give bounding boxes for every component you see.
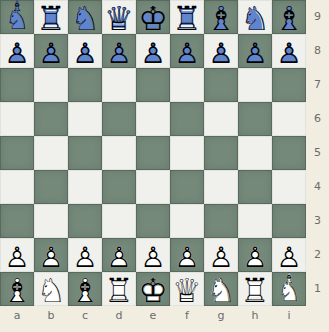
- square-a7[interactable]: [0, 68, 34, 102]
- square-g3[interactable]: [204, 204, 238, 238]
- square-g7[interactable]: [204, 68, 238, 102]
- square-h4[interactable]: [238, 170, 272, 204]
- square-d9[interactable]: ♛♕: [102, 0, 136, 34]
- white-king-icon: ♚: [136, 272, 170, 309]
- square-h7[interactable]: [238, 68, 272, 102]
- black-archbishop-mitre-icon: ♝: [0, 0, 34, 13]
- black-pawn[interactable]: ♟♙: [34, 34, 68, 68]
- white-pawn[interactable]: ♟♙: [170, 238, 204, 272]
- black-pawn[interactable]: ♟♙: [238, 34, 272, 68]
- square-f7[interactable]: [170, 68, 204, 102]
- square-d6[interactable]: [102, 102, 136, 136]
- rank-label-7: 7: [306, 68, 329, 102]
- corner-spacer: [306, 306, 329, 332]
- chess-variant-diagram: ♝♗♞♘♜♖♞♘♛♕♚♔♜♖♝♗♞♘♝♗9♟♙♟♙♟♙♟♙♟♙♟♙♟♙♟♙♟♙8…: [0, 0, 329, 332]
- square-i1[interactable]: ♝♗♞♘: [272, 272, 306, 306]
- white-archbishop-knight-icon: ♞: [272, 277, 306, 307]
- black-pawn[interactable]: ♟♙: [136, 34, 170, 68]
- square-d3[interactable]: [102, 204, 136, 238]
- square-g5[interactable]: [204, 136, 238, 170]
- square-g1[interactable]: ♞♘: [204, 272, 238, 306]
- file-label-f: f: [170, 306, 204, 332]
- square-b2[interactable]: ♟♙: [34, 238, 68, 272]
- square-e1[interactable]: ♚♔: [136, 272, 170, 306]
- file-label-a: a: [0, 306, 34, 332]
- square-b8[interactable]: ♟♙: [34, 34, 68, 68]
- white-rook[interactable]: ♜♖: [102, 272, 136, 306]
- white-pawn[interactable]: ♟♙: [136, 238, 170, 272]
- rank-label-3: 3: [306, 204, 329, 238]
- white-bishop[interactable]: ♝♗: [68, 272, 102, 306]
- black-pawn[interactable]: ♟♙: [272, 34, 306, 68]
- square-d1[interactable]: ♜♖: [102, 272, 136, 306]
- square-a3[interactable]: [0, 204, 34, 238]
- square-b7[interactable]: [34, 68, 68, 102]
- white-queen[interactable]: ♛♕: [170, 272, 204, 306]
- square-i9[interactable]: ♝♗: [272, 0, 306, 34]
- square-f9[interactable]: ♜♖: [170, 0, 204, 34]
- square-e2[interactable]: ♟♙: [136, 238, 170, 272]
- square-c3[interactable]: [68, 204, 102, 238]
- rank-label-9: 9: [306, 0, 329, 34]
- square-c8[interactable]: ♟♙: [68, 34, 102, 68]
- black-knight[interactable]: ♞♘: [68, 0, 102, 34]
- white-pawn[interactable]: ♟♙: [0, 238, 34, 272]
- black-pawn[interactable]: ♟♙: [0, 34, 34, 68]
- square-g4[interactable]: [204, 170, 238, 204]
- square-h2[interactable]: ♟♙: [238, 238, 272, 272]
- square-e7[interactable]: [136, 68, 170, 102]
- square-f5[interactable]: [170, 136, 204, 170]
- square-b5[interactable]: [34, 136, 68, 170]
- black-bishop[interactable]: ♝♗: [272, 0, 306, 34]
- square-e5[interactable]: [136, 136, 170, 170]
- white-rook[interactable]: ♜♖: [238, 272, 272, 306]
- file-label-c: c: [68, 306, 102, 332]
- black-knight-icon: ♞: [238, 0, 272, 37]
- black-bishop[interactable]: ♝♗: [204, 0, 238, 34]
- black-rook-icon: ♜: [170, 0, 204, 37]
- square-c9[interactable]: ♞♘: [68, 0, 102, 34]
- black-king[interactable]: ♚♔: [136, 0, 170, 34]
- file-label-h: h: [238, 306, 272, 332]
- white-knight-icon: ♞: [204, 272, 238, 309]
- white-pawn[interactable]: ♟♙: [68, 238, 102, 272]
- square-c5[interactable]: [68, 136, 102, 170]
- square-a2[interactable]: ♟♙: [0, 238, 34, 272]
- white-bishop-icon: ♝: [0, 272, 34, 309]
- square-i2[interactable]: ♟♙: [272, 238, 306, 272]
- black-archbishop[interactable]: ♝♗♞♘: [0, 0, 34, 34]
- square-f2[interactable]: ♟♙: [170, 238, 204, 272]
- black-knight[interactable]: ♞♘: [238, 0, 272, 34]
- white-archbishop[interactable]: ♝♗♞♘: [272, 272, 306, 306]
- square-f1[interactable]: ♛♕: [170, 272, 204, 306]
- square-c1[interactable]: ♝♗: [68, 272, 102, 306]
- white-bishop-icon: ♝: [68, 272, 102, 309]
- white-bishop[interactable]: ♝♗: [0, 272, 34, 306]
- square-b1[interactable]: ♞♘: [34, 272, 68, 306]
- square-f6[interactable]: [170, 102, 204, 136]
- black-pawn[interactable]: ♟♙: [170, 34, 204, 68]
- square-g6[interactable]: [204, 102, 238, 136]
- square-c2[interactable]: ♟♙: [68, 238, 102, 272]
- black-queen-icon: ♛: [102, 0, 136, 37]
- square-e3[interactable]: [136, 204, 170, 238]
- square-i4[interactable]: [272, 170, 306, 204]
- rank-label-6: 6: [306, 102, 329, 136]
- black-rook[interactable]: ♜♖: [34, 0, 68, 34]
- white-knight[interactable]: ♞♘: [34, 272, 68, 306]
- black-queen[interactable]: ♛♕: [102, 0, 136, 34]
- rank-label-2: 2: [306, 238, 329, 272]
- square-b4[interactable]: [34, 170, 68, 204]
- square-g8[interactable]: ♟♙: [204, 34, 238, 68]
- file-label-b: b: [34, 306, 68, 332]
- black-king-icon: ♚: [136, 0, 170, 37]
- square-h3[interactable]: [238, 204, 272, 238]
- square-d5[interactable]: [102, 136, 136, 170]
- black-archbishop-knight-icon: ♞: [0, 5, 34, 35]
- black-rook[interactable]: ♜♖: [170, 0, 204, 34]
- square-a9[interactable]: ♝♗♞♘: [0, 0, 34, 34]
- square-a1[interactable]: ♝♗: [0, 272, 34, 306]
- square-d7[interactable]: [102, 68, 136, 102]
- white-pawn[interactable]: ♟♙: [34, 238, 68, 272]
- white-king[interactable]: ♚♔: [136, 272, 170, 306]
- square-d2[interactable]: ♟♙: [102, 238, 136, 272]
- square-h6[interactable]: [238, 102, 272, 136]
- square-c7[interactable]: [68, 68, 102, 102]
- file-label-e: e: [136, 306, 170, 332]
- rank-label-4: 4: [306, 170, 329, 204]
- square-a4[interactable]: [0, 170, 34, 204]
- square-i3[interactable]: [272, 204, 306, 238]
- square-d4[interactable]: [102, 170, 136, 204]
- square-b9[interactable]: ♜♖: [34, 0, 68, 34]
- square-h9[interactable]: ♞♘: [238, 0, 272, 34]
- white-knight-icon: ♞: [34, 272, 68, 309]
- rank-label-8: 8: [306, 34, 329, 68]
- square-b6[interactable]: [34, 102, 68, 136]
- square-i6[interactable]: [272, 102, 306, 136]
- white-knight[interactable]: ♞♘: [204, 272, 238, 306]
- white-pawn[interactable]: ♟♙: [102, 238, 136, 272]
- square-d8[interactable]: ♟♙: [102, 34, 136, 68]
- square-g2[interactable]: ♟♙: [204, 238, 238, 272]
- square-h8[interactable]: ♟♙: [238, 34, 272, 68]
- file-label-i: i: [272, 306, 306, 332]
- square-g9[interactable]: ♝♗: [204, 0, 238, 34]
- black-pawn[interactable]: ♟♙: [102, 34, 136, 68]
- black-pawn[interactable]: ♟♙: [204, 34, 238, 68]
- white-rook-icon: ♜: [102, 272, 136, 309]
- file-label-d: d: [102, 306, 136, 332]
- board: ♝♗♞♘♜♖♞♘♛♕♚♔♜♖♝♗♞♘♝♗9♟♙♟♙♟♙♟♙♟♙♟♙♟♙♟♙♟♙8…: [0, 0, 329, 332]
- square-a6[interactable]: [0, 102, 34, 136]
- square-h5[interactable]: [238, 136, 272, 170]
- black-knight-icon: ♞: [68, 0, 102, 37]
- black-bishop-icon: ♝: [272, 0, 306, 37]
- white-archbishop-mitre-icon: ♝: [272, 272, 306, 285]
- square-e9[interactable]: ♚♔: [136, 0, 170, 34]
- square-e4[interactable]: [136, 170, 170, 204]
- square-e6[interactable]: [136, 102, 170, 136]
- square-e8[interactable]: ♟♙: [136, 34, 170, 68]
- black-pawn[interactable]: ♟♙: [68, 34, 102, 68]
- square-c6[interactable]: [68, 102, 102, 136]
- square-b3[interactable]: [34, 204, 68, 238]
- rank-label-5: 5: [306, 136, 329, 170]
- rank-label-1: 1: [306, 272, 329, 306]
- white-pawn[interactable]: ♟♙: [238, 238, 272, 272]
- square-a8[interactable]: ♟♙: [0, 34, 34, 68]
- square-h1[interactable]: ♜♖: [238, 272, 272, 306]
- black-bishop-icon: ♝: [204, 0, 238, 37]
- white-pawn[interactable]: ♟♙: [204, 238, 238, 272]
- square-i8[interactable]: ♟♙: [272, 34, 306, 68]
- white-rook-icon: ♜: [238, 272, 272, 309]
- square-f8[interactable]: ♟♙: [170, 34, 204, 68]
- square-i5[interactable]: [272, 136, 306, 170]
- square-i7[interactable]: [272, 68, 306, 102]
- white-pawn[interactable]: ♟♙: [272, 238, 306, 272]
- square-f3[interactable]: [170, 204, 204, 238]
- black-rook-icon: ♜: [34, 0, 68, 37]
- file-label-g: g: [204, 306, 238, 332]
- square-a5[interactable]: [0, 136, 34, 170]
- square-c4[interactable]: [68, 170, 102, 204]
- white-queen-icon: ♛: [170, 272, 204, 309]
- square-f4[interactable]: [170, 170, 204, 204]
